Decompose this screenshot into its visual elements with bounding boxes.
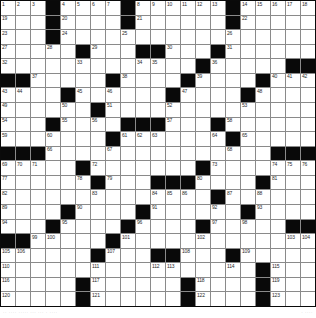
grid-cell[interactable]: [16, 220, 30, 234]
grid-cell[interactable]: [256, 220, 270, 234]
grid-cell[interactable]: [271, 234, 285, 248]
grid-cell[interactable]: 69: [1, 161, 15, 175]
grid-cell[interactable]: [61, 45, 75, 59]
grid-cell[interactable]: 3: [31, 1, 45, 15]
grid-cell[interactable]: [181, 16, 195, 30]
grid-cell[interactable]: [286, 292, 300, 306]
grid-cell[interactable]: [181, 103, 195, 117]
grid-cell[interactable]: [286, 278, 300, 292]
grid-cell[interactable]: 30: [166, 45, 180, 59]
grid-cell[interactable]: [286, 16, 300, 30]
grid-cell[interactable]: [301, 205, 315, 219]
grid-cell[interactable]: 85: [166, 190, 180, 204]
grid-cell[interactable]: [181, 59, 195, 73]
grid-cell[interactable]: [241, 147, 255, 161]
grid-cell[interactable]: [181, 45, 195, 59]
grid-cell[interactable]: [76, 103, 90, 117]
grid-cell[interactable]: 115: [271, 263, 285, 277]
grid-cell[interactable]: 83: [91, 190, 105, 204]
grid-cell[interactable]: [211, 263, 225, 277]
grid-cell[interactable]: 123: [271, 292, 285, 306]
grid-cell[interactable]: [31, 292, 45, 306]
grid-cell[interactable]: [31, 118, 45, 132]
grid-cell[interactable]: [211, 74, 225, 88]
grid-cell[interactable]: [106, 205, 120, 219]
grid-cell[interactable]: [301, 292, 315, 306]
grid-cell[interactable]: [286, 118, 300, 132]
grid-cell[interactable]: 78: [76, 176, 90, 190]
grid-cell[interactable]: [226, 205, 240, 219]
grid-cell[interactable]: 31: [226, 45, 240, 59]
grid-cell[interactable]: [46, 103, 60, 117]
grid-cell[interactable]: [106, 45, 120, 59]
grid-cell[interactable]: [121, 161, 135, 175]
grid-cell[interactable]: [31, 59, 45, 73]
grid-cell[interactable]: 12: [196, 1, 210, 15]
grid-cell[interactable]: 63: [151, 132, 165, 146]
grid-cell[interactable]: 98: [241, 220, 255, 234]
grid-cell[interactable]: 84: [151, 190, 165, 204]
grid-cell[interactable]: 62: [136, 132, 150, 146]
grid-cell[interactable]: [166, 220, 180, 234]
grid-cell[interactable]: [211, 292, 225, 306]
grid-cell[interactable]: [151, 147, 165, 161]
grid-cell[interactable]: 19: [1, 16, 15, 30]
grid-cell[interactable]: 111: [91, 263, 105, 277]
grid-cell[interactable]: 46: [106, 88, 120, 102]
grid-cell[interactable]: 102: [196, 234, 210, 248]
grid-cell[interactable]: [106, 16, 120, 30]
grid-cell[interactable]: [241, 176, 255, 190]
grid-cell[interactable]: 1: [1, 1, 15, 15]
grid-cell[interactable]: 35: [151, 59, 165, 73]
grid-cell[interactable]: 89: [1, 205, 15, 219]
grid-cell[interactable]: [121, 292, 135, 306]
grid-cell[interactable]: [241, 161, 255, 175]
grid-cell[interactable]: 41: [286, 74, 300, 88]
grid-cell[interactable]: [241, 118, 255, 132]
grid-cell[interactable]: [16, 45, 30, 59]
grid-cell[interactable]: [226, 220, 240, 234]
grid-cell[interactable]: [256, 132, 270, 146]
grid-cell[interactable]: [61, 249, 75, 263]
grid-cell[interactable]: 100: [46, 234, 60, 248]
grid-cell[interactable]: [166, 147, 180, 161]
grid-cell[interactable]: [181, 132, 195, 146]
grid-cell[interactable]: [121, 249, 135, 263]
grid-cell[interactable]: 49: [1, 103, 15, 117]
grid-cell[interactable]: 67: [106, 147, 120, 161]
grid-cell[interactable]: [16, 118, 30, 132]
grid-cell[interactable]: [286, 45, 300, 59]
grid-cell[interactable]: 101: [121, 234, 135, 248]
grid-cell[interactable]: [46, 249, 60, 263]
grid-cell[interactable]: 2: [16, 1, 30, 15]
grid-cell[interactable]: [286, 132, 300, 146]
grid-cell[interactable]: [106, 220, 120, 234]
grid-cell[interactable]: [31, 132, 45, 146]
grid-cell[interactable]: [136, 74, 150, 88]
grid-cell[interactable]: 38: [121, 74, 135, 88]
grid-cell[interactable]: [181, 263, 195, 277]
grid-cell[interactable]: [16, 190, 30, 204]
grid-cell[interactable]: [151, 220, 165, 234]
grid-cell[interactable]: [91, 59, 105, 73]
grid-cell[interactable]: [76, 147, 90, 161]
grid-cell[interactable]: [181, 220, 195, 234]
grid-cell[interactable]: [166, 205, 180, 219]
grid-cell[interactable]: [166, 292, 180, 306]
grid-cell[interactable]: [91, 205, 105, 219]
grid-cell[interactable]: 81: [271, 176, 285, 190]
grid-cell[interactable]: [91, 220, 105, 234]
grid-cell[interactable]: 76: [301, 161, 315, 175]
grid-cell[interactable]: 109: [241, 249, 255, 263]
grid-cell[interactable]: [61, 161, 75, 175]
grid-cell[interactable]: 92: [211, 205, 225, 219]
grid-cell[interactable]: 59: [1, 132, 15, 146]
grid-cell[interactable]: 21: [136, 16, 150, 30]
grid-cell[interactable]: [76, 16, 90, 30]
grid-cell[interactable]: [166, 30, 180, 44]
grid-cell[interactable]: [301, 176, 315, 190]
grid-cell[interactable]: [166, 16, 180, 30]
grid-cell[interactable]: [46, 88, 60, 102]
grid-cell[interactable]: [241, 292, 255, 306]
grid-cell[interactable]: [181, 118, 195, 132]
grid-cell[interactable]: 17: [286, 1, 300, 15]
grid-cell[interactable]: [61, 132, 75, 146]
grid-cell[interactable]: 121: [91, 292, 105, 306]
grid-cell[interactable]: 61: [121, 132, 135, 146]
grid-cell[interactable]: [121, 45, 135, 59]
grid-cell[interactable]: [301, 118, 315, 132]
grid-cell[interactable]: 110: [1, 263, 15, 277]
grid-cell[interactable]: [46, 263, 60, 277]
grid-cell[interactable]: 27: [1, 45, 15, 59]
grid-cell[interactable]: 15: [256, 1, 270, 15]
grid-cell[interactable]: [196, 30, 210, 44]
grid-cell[interactable]: [196, 103, 210, 117]
grid-cell[interactable]: [136, 278, 150, 292]
grid-cell[interactable]: [91, 16, 105, 30]
grid-cell[interactable]: [136, 176, 150, 190]
grid-cell[interactable]: 16: [271, 1, 285, 15]
grid-cell[interactable]: 106: [16, 249, 30, 263]
grid-cell[interactable]: [151, 88, 165, 102]
grid-cell[interactable]: [301, 249, 315, 263]
grid-cell[interactable]: [196, 118, 210, 132]
grid-cell[interactable]: [91, 132, 105, 146]
grid-cell[interactable]: 26: [226, 30, 240, 44]
grid-cell[interactable]: 73: [211, 161, 225, 175]
grid-cell[interactable]: [286, 263, 300, 277]
grid-cell[interactable]: [61, 147, 75, 161]
grid-cell[interactable]: [61, 59, 75, 73]
grid-cell[interactable]: [241, 74, 255, 88]
grid-cell[interactable]: 122: [196, 292, 210, 306]
grid-cell[interactable]: [256, 16, 270, 30]
grid-cell[interactable]: [61, 176, 75, 190]
grid-cell[interactable]: [46, 205, 60, 219]
grid-cell[interactable]: 50: [61, 103, 75, 117]
grid-cell[interactable]: [286, 103, 300, 117]
grid-cell[interactable]: [181, 30, 195, 44]
grid-cell[interactable]: 71: [31, 161, 45, 175]
grid-cell[interactable]: [46, 292, 60, 306]
grid-cell[interactable]: 88: [256, 190, 270, 204]
grid-cell[interactable]: 55: [61, 118, 75, 132]
grid-cell[interactable]: [211, 147, 225, 161]
grid-cell[interactable]: 86: [181, 190, 195, 204]
grid-cell[interactable]: [226, 278, 240, 292]
grid-cell[interactable]: [226, 74, 240, 88]
grid-cell[interactable]: 18: [301, 1, 315, 15]
grid-cell[interactable]: 42: [301, 74, 315, 88]
grid-cell[interactable]: 45: [76, 88, 90, 102]
grid-cell[interactable]: [226, 292, 240, 306]
grid-cell[interactable]: 36: [211, 59, 225, 73]
grid-cell[interactable]: [91, 30, 105, 44]
grid-cell[interactable]: [76, 74, 90, 88]
grid-cell[interactable]: [91, 234, 105, 248]
grid-cell[interactable]: 113: [166, 263, 180, 277]
grid-cell[interactable]: [46, 59, 60, 73]
grid-cell[interactable]: [226, 161, 240, 175]
grid-cell[interactable]: [211, 16, 225, 30]
grid-cell[interactable]: [76, 234, 90, 248]
grid-cell[interactable]: 60: [46, 132, 60, 146]
grid-cell[interactable]: [31, 263, 45, 277]
grid-cell[interactable]: 39: [196, 74, 210, 88]
grid-cell[interactable]: 34: [136, 59, 150, 73]
grid-cell[interactable]: 44: [16, 88, 30, 102]
grid-cell[interactable]: 112: [151, 263, 165, 277]
grid-cell[interactable]: [136, 263, 150, 277]
grid-cell[interactable]: 72: [91, 161, 105, 175]
grid-cell[interactable]: 37: [31, 74, 45, 88]
grid-cell[interactable]: [31, 176, 45, 190]
grid-cell[interactable]: [181, 147, 195, 161]
grid-cell[interactable]: 103: [286, 234, 300, 248]
grid-cell[interactable]: [91, 88, 105, 102]
grid-cell[interactable]: [16, 176, 30, 190]
grid-cell[interactable]: [196, 16, 210, 30]
grid-cell[interactable]: 65: [241, 132, 255, 146]
grid-cell[interactable]: [166, 74, 180, 88]
grid-cell[interactable]: [46, 74, 60, 88]
grid-cell[interactable]: [76, 263, 90, 277]
grid-cell[interactable]: [31, 249, 45, 263]
grid-cell[interactable]: 108: [181, 249, 195, 263]
grid-cell[interactable]: [121, 59, 135, 73]
grid-cell[interactable]: [211, 249, 225, 263]
grid-cell[interactable]: [61, 74, 75, 88]
grid-cell[interactable]: 24: [61, 30, 75, 44]
grid-cell[interactable]: [271, 118, 285, 132]
grid-cell[interactable]: [106, 59, 120, 73]
grid-cell[interactable]: [256, 59, 270, 73]
grid-cell[interactable]: [16, 205, 30, 219]
grid-cell[interactable]: 116: [1, 278, 15, 292]
grid-cell[interactable]: [286, 205, 300, 219]
grid-cell[interactable]: 82: [1, 190, 15, 204]
grid-cell[interactable]: [76, 249, 90, 263]
grid-cell[interactable]: 29: [91, 45, 105, 59]
grid-cell[interactable]: [286, 249, 300, 263]
grid-cell[interactable]: [61, 234, 75, 248]
grid-cell[interactable]: 97: [211, 220, 225, 234]
grid-cell[interactable]: [16, 278, 30, 292]
grid-cell[interactable]: [136, 88, 150, 102]
grid-cell[interactable]: [31, 220, 45, 234]
grid-cell[interactable]: [271, 220, 285, 234]
grid-cell[interactable]: [31, 45, 45, 59]
grid-cell[interactable]: [136, 161, 150, 175]
grid-cell[interactable]: [31, 205, 45, 219]
grid-cell[interactable]: [241, 234, 255, 248]
grid-cell[interactable]: [16, 59, 30, 73]
grid-cell[interactable]: [136, 30, 150, 44]
grid-cell[interactable]: 95: [61, 220, 75, 234]
grid-cell[interactable]: [211, 88, 225, 102]
grid-cell[interactable]: [106, 118, 120, 132]
grid-cell[interactable]: [46, 161, 60, 175]
grid-cell[interactable]: 64: [211, 132, 225, 146]
grid-cell[interactable]: [226, 176, 240, 190]
grid-cell[interactable]: [301, 103, 315, 117]
grid-cell[interactable]: [181, 234, 195, 248]
grid-cell[interactable]: [286, 176, 300, 190]
grid-cell[interactable]: 7: [106, 1, 120, 15]
grid-cell[interactable]: 23: [1, 30, 15, 44]
grid-cell[interactable]: [121, 263, 135, 277]
grid-cell[interactable]: [31, 16, 45, 30]
grid-cell[interactable]: [226, 59, 240, 73]
grid-cell[interactable]: [241, 30, 255, 44]
grid-cell[interactable]: [211, 30, 225, 44]
grid-cell[interactable]: [31, 88, 45, 102]
grid-cell[interactable]: 5: [76, 1, 90, 15]
grid-cell[interactable]: [106, 161, 120, 175]
grid-cell[interactable]: [91, 147, 105, 161]
grid-cell[interactable]: 99: [31, 234, 45, 248]
grid-cell[interactable]: 52: [166, 103, 180, 117]
grid-cell[interactable]: 80: [196, 176, 210, 190]
grid-cell[interactable]: 70: [16, 161, 30, 175]
grid-cell[interactable]: [16, 16, 30, 30]
grid-cell[interactable]: [271, 190, 285, 204]
grid-cell[interactable]: [16, 292, 30, 306]
grid-cell[interactable]: 119: [271, 278, 285, 292]
grid-cell[interactable]: [76, 30, 90, 44]
grid-cell[interactable]: [121, 190, 135, 204]
grid-cell[interactable]: [136, 292, 150, 306]
grid-cell[interactable]: [256, 249, 270, 263]
grid-cell[interactable]: [286, 88, 300, 102]
grid-cell[interactable]: 75: [286, 161, 300, 175]
grid-cell[interactable]: [151, 278, 165, 292]
grid-cell[interactable]: [16, 30, 30, 44]
grid-cell[interactable]: [226, 234, 240, 248]
grid-cell[interactable]: [196, 263, 210, 277]
grid-cell[interactable]: 14: [241, 1, 255, 15]
grid-cell[interactable]: [271, 45, 285, 59]
grid-cell[interactable]: 20: [61, 16, 75, 30]
grid-cell[interactable]: [211, 103, 225, 117]
grid-cell[interactable]: [151, 234, 165, 248]
grid-cell[interactable]: [121, 103, 135, 117]
grid-cell[interactable]: [166, 161, 180, 175]
grid-cell[interactable]: [271, 59, 285, 73]
grid-cell[interactable]: 77: [1, 176, 15, 190]
grid-cell[interactable]: 6: [91, 1, 105, 15]
grid-cell[interactable]: [256, 147, 270, 161]
grid-cell[interactable]: 32: [1, 59, 15, 73]
grid-cell[interactable]: 91: [151, 205, 165, 219]
grid-cell[interactable]: [76, 190, 90, 204]
grid-cell[interactable]: 54: [1, 118, 15, 132]
grid-cell[interactable]: [166, 132, 180, 146]
grid-cell[interactable]: 57: [166, 118, 180, 132]
grid-cell[interactable]: [31, 30, 45, 44]
grid-cell[interactable]: 107: [106, 249, 120, 263]
grid-cell[interactable]: [121, 278, 135, 292]
grid-cell[interactable]: 94: [1, 220, 15, 234]
grid-cell[interactable]: [121, 205, 135, 219]
grid-cell[interactable]: 4: [61, 1, 75, 15]
grid-cell[interactable]: 68: [226, 147, 240, 161]
grid-cell[interactable]: 48: [256, 88, 270, 102]
grid-cell[interactable]: [301, 88, 315, 102]
grid-cell[interactable]: 58: [226, 118, 240, 132]
grid-cell[interactable]: 25: [121, 30, 135, 44]
grid-cell[interactable]: [271, 16, 285, 30]
grid-cell[interactable]: 53: [241, 103, 255, 117]
grid-cell[interactable]: 117: [91, 278, 105, 292]
grid-cell[interactable]: 40: [271, 74, 285, 88]
grid-cell[interactable]: [226, 103, 240, 117]
grid-cell[interactable]: 51: [106, 103, 120, 117]
grid-cell[interactable]: [16, 263, 30, 277]
grid-cell[interactable]: [136, 190, 150, 204]
grid-cell[interactable]: [241, 59, 255, 73]
grid-cell[interactable]: [121, 88, 135, 102]
grid-cell[interactable]: [241, 190, 255, 204]
grid-cell[interactable]: [301, 278, 315, 292]
grid-cell[interactable]: 120: [1, 292, 15, 306]
grid-cell[interactable]: [241, 45, 255, 59]
grid-cell[interactable]: 28: [46, 45, 60, 59]
grid-cell[interactable]: [136, 103, 150, 117]
grid-cell[interactable]: [166, 59, 180, 73]
grid-cell[interactable]: [211, 176, 225, 190]
grid-cell[interactable]: [46, 176, 60, 190]
grid-cell[interactable]: 90: [76, 205, 90, 219]
grid-cell[interactable]: [271, 88, 285, 102]
grid-cell[interactable]: [151, 161, 165, 175]
grid-cell[interactable]: [241, 263, 255, 277]
grid-cell[interactable]: [136, 249, 150, 263]
grid-cell[interactable]: [211, 278, 225, 292]
grid-cell[interactable]: [181, 161, 195, 175]
grid-cell[interactable]: 93: [256, 205, 270, 219]
grid-cell[interactable]: 43: [1, 88, 15, 102]
grid-cell[interactable]: 10: [166, 1, 180, 15]
grid-cell[interactable]: 118: [196, 278, 210, 292]
grid-cell[interactable]: [106, 263, 120, 277]
grid-cell[interactable]: 13: [211, 1, 225, 15]
